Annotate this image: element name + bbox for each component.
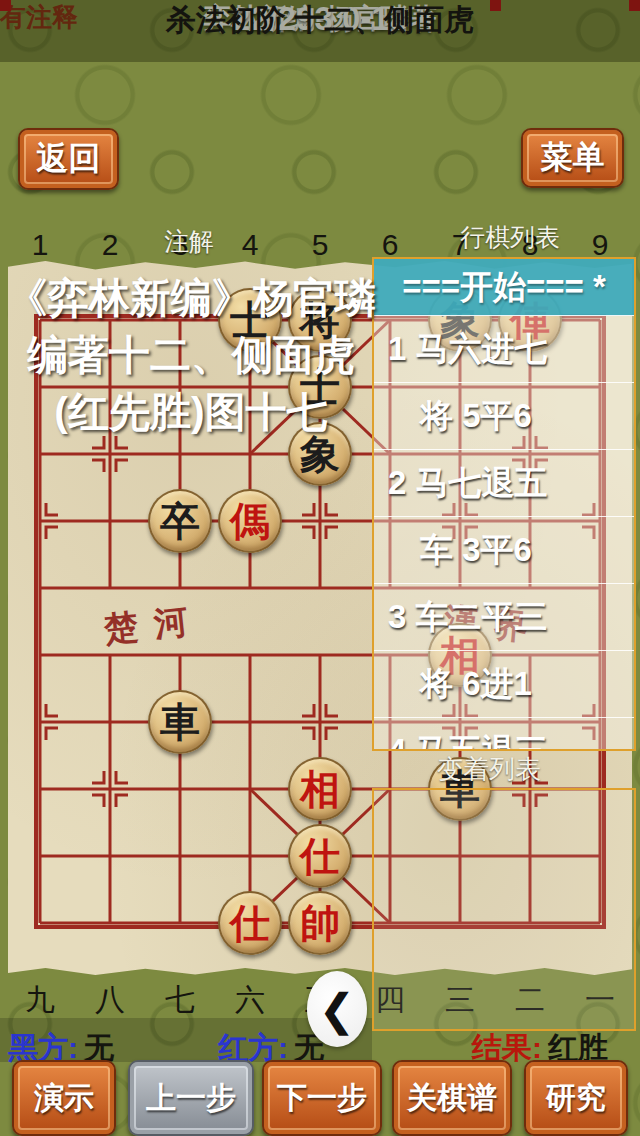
- move-list-panel: ===开始=== * 1 马六进七将 5平62 马七退五车 3平63 车二平三将…: [372, 257, 636, 751]
- move-row[interactable]: 1 马六进七: [374, 316, 634, 383]
- move-row[interactable]: 3 车二平三: [374, 584, 634, 651]
- coordinate-label: 六: [230, 980, 270, 1021]
- coordinate-label: 七: [160, 980, 200, 1021]
- move-row[interactable]: 将 5平6: [374, 383, 634, 450]
- piece-black-卒: 卒: [148, 489, 212, 553]
- tab-annotation: 注解: [164, 225, 214, 258]
- coordinate-label: 1: [20, 228, 60, 262]
- toolbar-button-1[interactable]: 演示: [12, 1060, 116, 1136]
- piece-red-仕: 仕: [218, 891, 282, 955]
- chapter-title: 杀法初阶 十二、侧面虎: [0, 0, 640, 41]
- coordinate-label: 九: [20, 980, 60, 1021]
- toolbar-button-3[interactable]: 下一步: [262, 1060, 382, 1136]
- menu-button[interactable]: 菜单: [521, 128, 624, 188]
- rewind-icon: ❮: [319, 984, 356, 1035]
- annotation-overlay: 《弈林新编》杨官璘编著十二、侧面虎(红先胜)图十七: [0, 270, 382, 441]
- coordinate-label: 2: [90, 228, 130, 262]
- move-list-start-header[interactable]: ===开始=== *: [374, 259, 634, 316]
- tab-move-list: 行棋列表: [460, 221, 560, 254]
- toolbar-button-4[interactable]: 关棋谱: [392, 1060, 512, 1136]
- piece-black-車: 車: [148, 690, 212, 754]
- piece-red-帥: 帥: [288, 891, 352, 955]
- coordinate-label: 八: [90, 980, 130, 1021]
- corner-ornament: [0, 0, 11, 11]
- toolbar-button-2[interactable]: 上一步: [128, 1060, 254, 1136]
- corner-ornament: [629, 0, 640, 11]
- move-row[interactable]: 车 3平6: [374, 517, 634, 584]
- coordinate-label: 4: [230, 228, 270, 262]
- move-row[interactable]: 将 6进1: [374, 651, 634, 718]
- back-button[interactable]: 返回: [18, 128, 119, 190]
- move-row[interactable]: 4 马五退三: [374, 718, 634, 751]
- toolbar-button-5[interactable]: 研究: [524, 1060, 628, 1136]
- rewind-button[interactable]: ❮: [307, 971, 367, 1047]
- variation-list-label: 变着列表: [437, 752, 541, 787]
- move-row[interactable]: 2 马七退五: [374, 450, 634, 517]
- piece-red-傌: 傌: [218, 489, 282, 553]
- corner-ornament: [490, 0, 501, 11]
- coordinate-label: 5: [300, 228, 340, 262]
- move-rows: 1 马六进七将 5平62 马七退五车 3平63 车二平三将 6进14 马五退三: [374, 316, 634, 751]
- piece-red-仕: 仕: [288, 824, 352, 888]
- piece-red-相: 相: [288, 757, 352, 821]
- variation-list-panel: [372, 788, 636, 1031]
